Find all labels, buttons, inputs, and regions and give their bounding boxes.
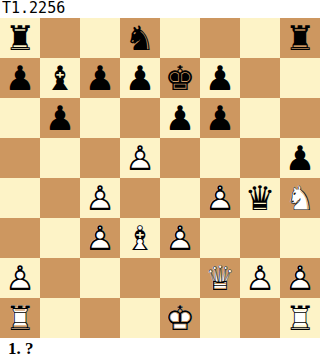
square-d3[interactable]: ♝︎♗︎	[120, 218, 160, 258]
square-f6[interactable]: ♟︎	[200, 98, 240, 138]
square-e5[interactable]	[160, 138, 200, 178]
black-queen-icon: ♛︎	[240, 178, 280, 218]
square-c3[interactable]: ♟︎♙︎	[80, 218, 120, 258]
black-pawn-icon: ♟︎	[80, 58, 120, 98]
white-pawn-icon: ♙︎	[280, 258, 320, 298]
square-e7[interactable]: ♚︎	[160, 58, 200, 98]
square-f1[interactable]	[200, 298, 240, 338]
square-c8[interactable]	[80, 18, 120, 58]
black-rook-icon: ♜︎	[0, 18, 40, 58]
square-g5[interactable]	[240, 138, 280, 178]
black-king-icon: ♚︎	[160, 58, 200, 98]
square-b4[interactable]	[40, 178, 80, 218]
square-b3[interactable]	[40, 218, 80, 258]
black-pawn-icon: ♟︎	[40, 98, 80, 138]
square-c1[interactable]	[80, 298, 120, 338]
square-e4[interactable]	[160, 178, 200, 218]
square-a5[interactable]	[0, 138, 40, 178]
white-queen-icon: ♕︎	[200, 258, 240, 298]
square-c2[interactable]	[80, 258, 120, 298]
square-b2[interactable]	[40, 258, 80, 298]
square-h8[interactable]: ♜︎	[280, 18, 320, 58]
black-pawn-icon: ♟︎	[200, 58, 240, 98]
black-pawn-icon: ♟︎	[200, 98, 240, 138]
square-c7[interactable]: ♟︎	[80, 58, 120, 98]
square-a4[interactable]	[0, 178, 40, 218]
square-f7[interactable]: ♟︎	[200, 58, 240, 98]
white-pawn-icon: ♙︎	[80, 178, 120, 218]
white-pawn-icon: ♙︎	[240, 258, 280, 298]
square-d1[interactable]	[120, 298, 160, 338]
white-king-icon: ♔︎	[160, 298, 200, 338]
square-h1[interactable]: ♜︎♖︎	[280, 298, 320, 338]
square-b7[interactable]: ♝︎	[40, 58, 80, 98]
square-b6[interactable]: ♟︎	[40, 98, 80, 138]
square-g8[interactable]	[240, 18, 280, 58]
puzzle-id: T1.2256	[0, 0, 320, 18]
square-g6[interactable]	[240, 98, 280, 138]
square-f4[interactable]: ♟︎♙︎	[200, 178, 240, 218]
white-rook-icon: ♖︎	[0, 298, 40, 338]
white-pawn-icon: ♙︎	[80, 218, 120, 258]
square-d4[interactable]	[120, 178, 160, 218]
white-rook-icon: ♖︎	[280, 298, 320, 338]
square-h6[interactable]	[280, 98, 320, 138]
white-pawn-icon: ♙︎	[200, 178, 240, 218]
white-pawn-icon: ♙︎	[120, 138, 160, 178]
chess-board: ♜︎♞︎♜︎♟︎♝︎♟︎♟︎♚︎♟︎♟︎♟︎♟︎♟︎♙︎♟︎♟︎♙︎♟︎♙︎♛︎…	[0, 18, 320, 338]
square-a7[interactable]: ♟︎	[0, 58, 40, 98]
square-e2[interactable]	[160, 258, 200, 298]
white-pawn-icon: ♙︎	[0, 258, 40, 298]
square-g4[interactable]: ♛︎	[240, 178, 280, 218]
black-pawn-icon: ♟︎	[0, 58, 40, 98]
black-pawn-icon: ♟︎	[120, 58, 160, 98]
square-e1[interactable]: ♚︎♔︎	[160, 298, 200, 338]
black-pawn-icon: ♟︎	[280, 138, 320, 178]
square-d8[interactable]: ♞︎	[120, 18, 160, 58]
square-h4[interactable]: ♞︎♘︎	[280, 178, 320, 218]
square-f8[interactable]	[200, 18, 240, 58]
square-e8[interactable]	[160, 18, 200, 58]
square-g3[interactable]	[240, 218, 280, 258]
square-a8[interactable]: ♜︎	[0, 18, 40, 58]
square-b1[interactable]	[40, 298, 80, 338]
square-d6[interactable]	[120, 98, 160, 138]
square-h5[interactable]: ♟︎	[280, 138, 320, 178]
square-a1[interactable]: ♜︎♖︎	[0, 298, 40, 338]
square-b5[interactable]	[40, 138, 80, 178]
black-bishop-icon: ♝︎	[40, 58, 80, 98]
black-pawn-icon: ♟︎	[160, 98, 200, 138]
square-h7[interactable]	[280, 58, 320, 98]
square-f2[interactable]: ♛︎♕︎	[200, 258, 240, 298]
square-g7[interactable]	[240, 58, 280, 98]
square-h2[interactable]: ♟︎♙︎	[280, 258, 320, 298]
square-c6[interactable]	[80, 98, 120, 138]
white-pawn-icon: ♙︎	[160, 218, 200, 258]
square-h3[interactable]	[280, 218, 320, 258]
square-e6[interactable]: ♟︎	[160, 98, 200, 138]
square-a6[interactable]	[0, 98, 40, 138]
white-knight-icon: ♘︎	[280, 178, 320, 218]
square-f3[interactable]	[200, 218, 240, 258]
square-c4[interactable]: ♟︎♙︎	[80, 178, 120, 218]
square-b8[interactable]	[40, 18, 80, 58]
square-g2[interactable]: ♟︎♙︎	[240, 258, 280, 298]
square-a2[interactable]: ♟︎♙︎	[0, 258, 40, 298]
square-a3[interactable]	[0, 218, 40, 258]
move-prompt: 1. ?	[0, 338, 320, 360]
square-d2[interactable]	[120, 258, 160, 298]
square-d7[interactable]: ♟︎	[120, 58, 160, 98]
square-d5[interactable]: ♟︎♙︎	[120, 138, 160, 178]
square-f5[interactable]	[200, 138, 240, 178]
white-bishop-icon: ♗︎	[120, 218, 160, 258]
square-e3[interactable]: ♟︎♙︎	[160, 218, 200, 258]
black-rook-icon: ♜︎	[280, 18, 320, 58]
square-g1[interactable]	[240, 298, 280, 338]
black-knight-icon: ♞︎	[120, 18, 160, 58]
square-c5[interactable]	[80, 138, 120, 178]
